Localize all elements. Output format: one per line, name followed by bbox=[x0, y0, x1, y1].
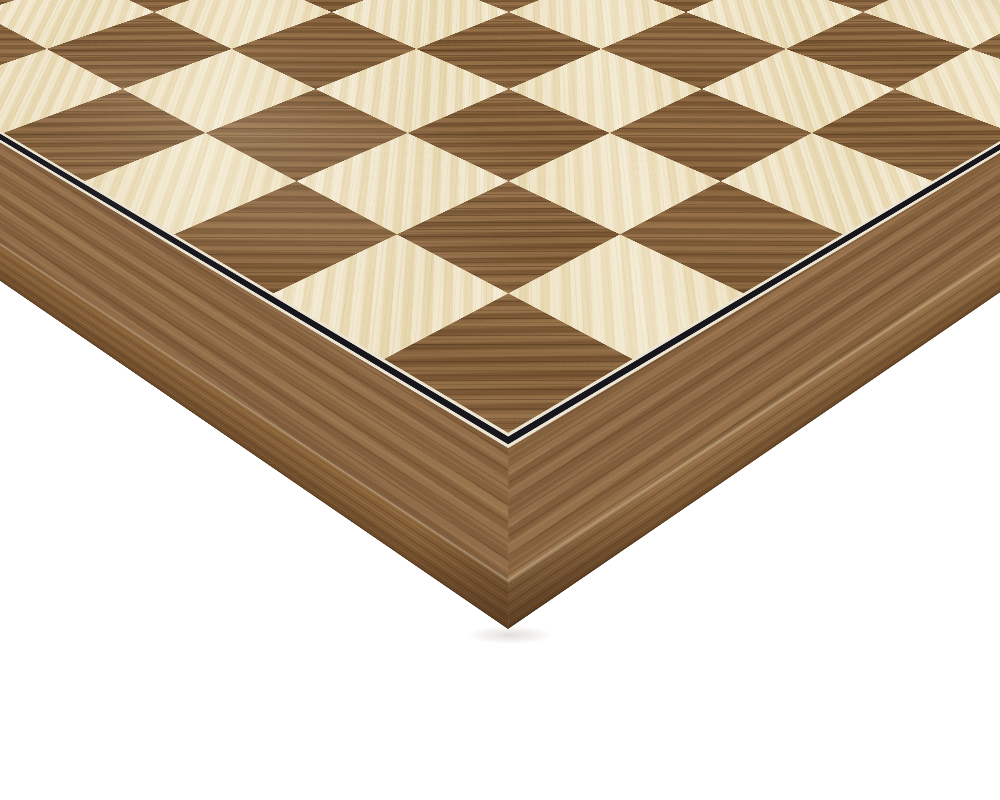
chess-board bbox=[0, 0, 1000, 580]
scene bbox=[0, 0, 1000, 800]
product-photo-canvas bbox=[0, 0, 1000, 800]
